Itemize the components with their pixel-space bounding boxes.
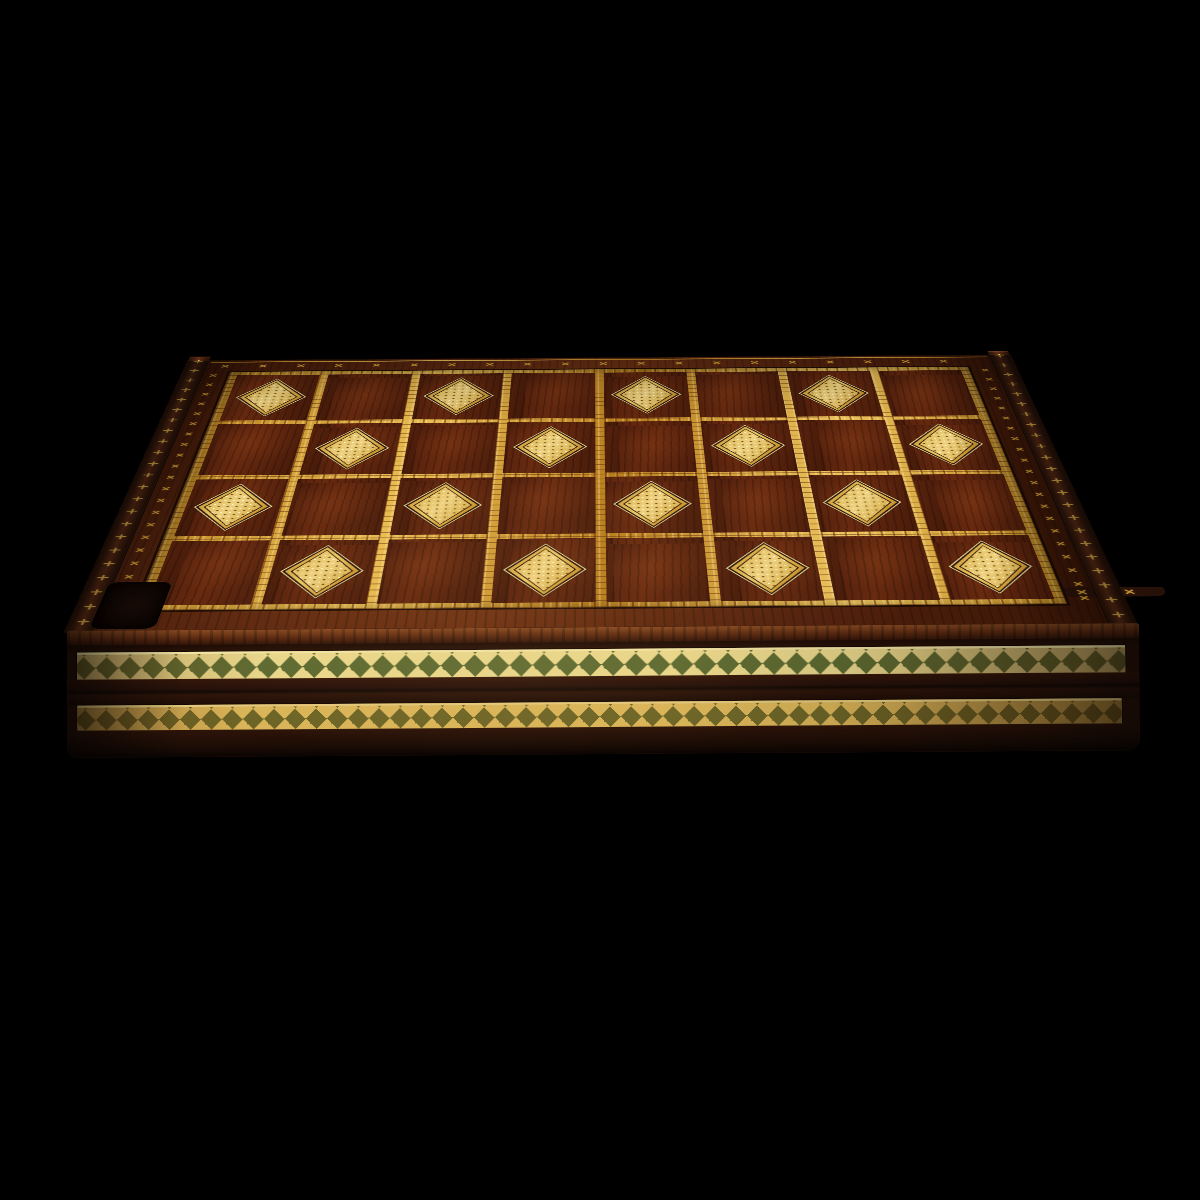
- board-square: [604, 421, 697, 472]
- diamond-inlay-layer: [915, 428, 979, 461]
- diamond-inlay-layer: [624, 486, 682, 523]
- diamond-inlay-layer: [621, 380, 672, 410]
- board-square: [390, 477, 493, 535]
- board-square: [605, 476, 703, 533]
- board-square: [700, 420, 798, 471]
- board-square: [695, 371, 787, 417]
- board-square: [262, 540, 379, 605]
- box-front-face: [67, 623, 1140, 757]
- board-square: [300, 423, 402, 474]
- diamond-inlay: [794, 374, 874, 412]
- board-square: [401, 422, 498, 473]
- board-square: [893, 419, 1001, 470]
- diamond-inlay: [272, 545, 369, 599]
- board-square: [786, 371, 883, 417]
- board-top-face: × × × × × × × × × × × × × × × × × × × × …: [66, 355, 1136, 632]
- board-square: [282, 478, 391, 536]
- board-square: [497, 477, 595, 534]
- board-square: [219, 375, 320, 421]
- diamond-inlay-layer: [523, 430, 577, 463]
- board-square: [930, 535, 1054, 600]
- diamond-inlay: [902, 423, 991, 465]
- chessboard-box: × × × × × × × × × × × × × × × × × × × × …: [0, 0, 1200, 1200]
- board-square: [809, 474, 919, 531]
- diamond-inlay: [309, 427, 394, 470]
- board-square: [878, 370, 979, 416]
- diamond-inlay: [723, 542, 815, 596]
- diamond-inlay: [501, 543, 587, 597]
- diamond-inlay: [399, 482, 484, 530]
- board-square: [316, 374, 412, 420]
- diamond-inlay-layer: [514, 549, 575, 591]
- chessboard-grid: [134, 367, 1067, 611]
- diamond-inlay-layer: [830, 484, 895, 521]
- diamond-inlay: [229, 378, 312, 416]
- board-square: [603, 372, 691, 418]
- board-square: [412, 373, 504, 419]
- diamond-inlay: [511, 426, 587, 469]
- diamond-inlay: [613, 480, 694, 528]
- board-square: [503, 422, 595, 473]
- board-square: [605, 537, 710, 602]
- diamond-inlay-layer: [954, 546, 1028, 588]
- board-square: [198, 424, 305, 475]
- photo-background: × × × × × × × × × × × × × × × × × × × × …: [0, 0, 1200, 1200]
- diamond-inlay: [185, 483, 280, 531]
- diamond-inlay-layer: [431, 381, 485, 411]
- board-square: [714, 536, 825, 601]
- diamond-inlay-layer: [241, 382, 301, 412]
- board-square: [174, 479, 289, 537]
- diamond-inlay-layer: [720, 429, 778, 462]
- diamond-inlay: [709, 425, 790, 467]
- diamond-inlay-layer: [198, 488, 266, 525]
- board-square: [491, 538, 595, 603]
- diamond-inlay: [420, 377, 496, 415]
- board-square: [508, 373, 595, 419]
- board-square: [911, 474, 1027, 531]
- diamond-inlay-layer: [412, 487, 473, 524]
- diamond-inlay: [940, 540, 1043, 594]
- diamond-inlay-layer: [321, 432, 381, 465]
- board-square: [797, 420, 900, 471]
- diamond-inlay: [611, 376, 683, 414]
- diamond-inlay-layer: [735, 547, 800, 589]
- diamond-inlay-layer: [287, 550, 356, 592]
- diamond-inlay-layer: [806, 379, 863, 409]
- board-square: [377, 539, 487, 604]
- board-square: [707, 475, 811, 532]
- board-square: [822, 536, 940, 601]
- diamond-inlay: [818, 479, 909, 527]
